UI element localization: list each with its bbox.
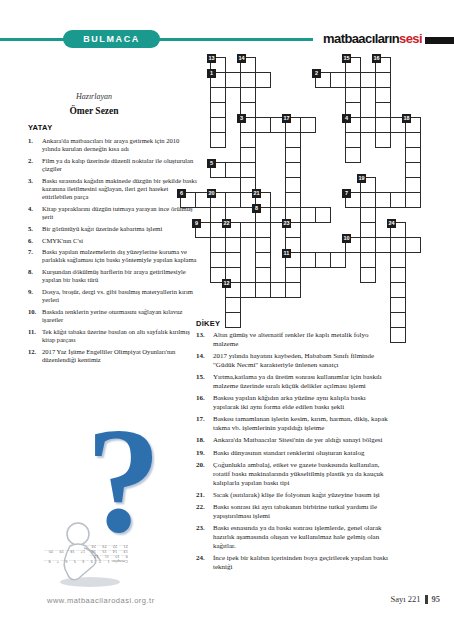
crossword-cell[interactable] <box>300 252 316 268</box>
clue-number-badge: 14 <box>237 54 246 63</box>
clue-number: 6. <box>28 237 42 245</box>
crossword-cell[interactable] <box>210 102 226 118</box>
clue-number: 21. <box>196 491 213 500</box>
crossword-cell[interactable] <box>300 207 316 223</box>
clue-text: Kurşundan dökülmüş harflerin bir araya g… <box>42 268 198 284</box>
crossword-cell[interactable] <box>360 222 376 238</box>
clue-item: 6.CMYK'nın C'si <box>28 237 198 245</box>
crossword-cell[interactable] <box>390 267 406 283</box>
clue-number: 24. <box>196 554 213 572</box>
crossword-cell[interactable] <box>375 102 391 118</box>
crossword-cell[interactable] <box>270 282 286 298</box>
crossword-cell[interactable] <box>210 252 226 268</box>
clue-item: 5.Bir görüntüyü kağıt üzerinde kabartma … <box>28 225 198 233</box>
crossword-cell[interactable] <box>240 147 256 163</box>
crossword-cell[interactable] <box>360 192 376 208</box>
clue-number-badge: 11 <box>282 249 291 258</box>
clue-number: 19. <box>196 449 213 458</box>
clue-number-badge: 3 <box>237 114 246 123</box>
clue-text: Baskı esnasında ya da baskı sonrası işle… <box>213 524 391 550</box>
clue-number-badge: 12 <box>222 279 231 288</box>
clue-text: Kitap yapraklarını düzgün tutmaya yaraya… <box>42 205 198 221</box>
magazine-puzzle-page: { "header": { "section_label": "BULMACA"… <box>0 0 454 640</box>
clue-item: 17.Baskısı tamamlanan işlerin kesim, kır… <box>196 415 412 433</box>
clue-item: 10.Baskıda renklerin yerine oturmasını s… <box>28 308 198 324</box>
crossword-cell[interactable] <box>225 312 241 328</box>
footer-website: www.matbaacilarodasi.org.tr <box>47 596 155 605</box>
crossword-cell[interactable] <box>390 282 406 298</box>
clue-number: 12. <box>28 348 42 364</box>
crossword-cell[interactable] <box>255 252 271 268</box>
crossword-cell[interactable] <box>210 87 226 103</box>
clue-text: Baskı sırasında kağıdın makinede düzgün … <box>42 177 198 202</box>
clue-number-badge: 13 <box>207 54 216 63</box>
byline: Hazırlayan Ömer Sezen <box>46 92 142 116</box>
crossword-grid: 123456789101112131415161718192021222324 <box>180 57 440 357</box>
clue-text: Dosya, broşür, dergi vs. gibi basılmış m… <box>42 288 198 304</box>
clue-item: 16.Baskısı yapılan kâğıdın arka yüzüne a… <box>196 394 412 412</box>
clue-number: 1. <box>28 137 42 153</box>
clue-number: 20. <box>196 461 213 487</box>
clue-item: 3.Baskı sırasında kağıdın makinede düzgü… <box>28 177 198 202</box>
issue-label: Sayı 221 <box>391 594 421 604</box>
clue-item: 19.Baskı dünyasının standart renklerini … <box>196 449 412 458</box>
clue-number-badge: 7 <box>342 189 351 198</box>
crossword-cell[interactable] <box>330 72 346 88</box>
clue-text: İnce ipek bir kalıbın içerisinden boya g… <box>213 554 391 572</box>
clue-number: 8. <box>28 268 42 284</box>
crossword-cell[interactable] <box>360 237 376 253</box>
crossword-cell[interactable] <box>375 72 391 88</box>
crossword-cell[interactable] <box>315 207 331 223</box>
crossword-cell[interactable] <box>360 72 376 88</box>
crossword-cell[interactable] <box>405 237 421 253</box>
crossword-cell[interactable] <box>390 252 406 268</box>
clue-number-badge: 20 <box>207 189 216 198</box>
crossword-cell[interactable] <box>405 147 421 163</box>
clue-number-badge: 8 <box>252 204 261 213</box>
crossword-cell[interactable] <box>240 282 256 298</box>
crossword-cell[interactable] <box>240 162 256 178</box>
crossword-cell[interactable] <box>225 72 241 88</box>
answers-line: 13.… 14.… 15.… 16.… 17.… 18.… 19.… 20.… … <box>36 544 128 554</box>
clue-item: 8.Kurşundan dökülmüş harflerin bir araya… <box>28 268 198 284</box>
down-clue-list: 13.Altın gümüş ve alternatif renkler ile… <box>196 331 412 575</box>
clue-number-badge: 15 <box>342 54 351 63</box>
clue-item: 9.Dosya, broşür, dergi vs. gibi basılmış… <box>28 288 198 304</box>
crossword-cell[interactable] <box>375 87 391 103</box>
clue-number-badge: 2 <box>312 69 321 78</box>
clue-number: 7. <box>28 248 42 264</box>
crossword-cell[interactable] <box>210 117 226 133</box>
clue-item: 20.Çoğunlukla ambalaj, etiket ve gazete … <box>196 461 412 487</box>
clue-item: 1.Ankara'da matbaacıları bir araya getir… <box>28 137 198 153</box>
crossword-cell[interactable] <box>285 267 301 283</box>
clue-text: CMYK'nın C'si <box>42 237 198 245</box>
crossword-cell[interactable] <box>240 222 256 238</box>
crossword-cell[interactable] <box>240 87 256 103</box>
byline-author: Ömer Sezen <box>46 106 142 116</box>
clue-number-badge: 1 <box>207 69 216 78</box>
crossword-cell[interactable] <box>285 147 301 163</box>
byline-label: Hazırlayan <box>46 92 142 101</box>
clue-text: Yırtma,katlama ya da üretim sonrası kull… <box>213 373 391 391</box>
crossword-cell[interactable] <box>255 222 271 238</box>
clue-number: 4. <box>28 205 42 221</box>
crossword-cell[interactable] <box>210 237 226 253</box>
crossword-cell[interactable] <box>255 267 271 283</box>
clue-item: 4.Kitap yapraklarını düzgün tutmaya yara… <box>28 205 198 221</box>
crossword-cell[interactable] <box>375 192 391 208</box>
logo-rule <box>425 37 454 44</box>
crossword-cell[interactable] <box>345 72 361 88</box>
clue-number: 2. <box>28 157 42 173</box>
clue-number: 16. <box>196 394 213 412</box>
clue-text: Baskı sonrası iki ayrı tabakanın birbiri… <box>213 503 391 521</box>
clue-text: Ankara'da matbaacıları bir araya getirme… <box>42 137 198 153</box>
clue-number: 18. <box>196 436 213 445</box>
clue-text: Ankara'da Matbaacılar Sitesi'nin de yer … <box>213 436 391 445</box>
clue-number-badge: 5 <box>207 159 216 168</box>
clue-text: Baskı yapılan malzemelerin dış yüzeyleri… <box>42 248 198 264</box>
crossword-cell[interactable] <box>240 132 256 148</box>
crossword-cell[interactable] <box>360 117 376 133</box>
crossword-cell[interactable] <box>225 237 241 253</box>
clue-text: Baskı dünyasının standart renklerini olu… <box>213 449 391 458</box>
crossword-cell[interactable] <box>285 162 301 178</box>
across-header: YATAY <box>28 123 52 132</box>
clue-item: 22.Baskı sonrası iki ayrı tabakanın birb… <box>196 503 412 521</box>
clue-number-badge: 17 <box>282 114 291 123</box>
crossword-cell[interactable] <box>390 312 406 328</box>
clue-number-badge: 6 <box>177 189 186 198</box>
clue-text: Çoğunlukla ambalaj, etiket ve gazete bas… <box>213 461 391 487</box>
magazine-name-accent: sesi <box>399 31 422 46</box>
crossword-cell[interactable] <box>255 72 271 88</box>
section-badge: BULMACA <box>63 30 160 48</box>
clue-text: Baskısı yapılan kâğıdın arka yüzüne aynı… <box>213 394 391 412</box>
crossword-cell[interactable] <box>255 282 271 298</box>
clue-number: 15. <box>196 373 213 391</box>
crossword-cell[interactable] <box>255 237 271 253</box>
clue-number: 11. <box>28 328 42 344</box>
crossword-cell[interactable] <box>375 237 391 253</box>
clue-item: 18.Ankara'da Matbaacılar Sitesi'nin de y… <box>196 436 412 445</box>
crossword-cell[interactable] <box>225 297 241 313</box>
clue-number: 10. <box>28 308 42 324</box>
clue-item: 2.Film ya da kalıp üzerinde düzenli nokt… <box>28 157 198 173</box>
crossword-cell[interactable] <box>330 252 346 268</box>
crossword-cell[interactable] <box>390 327 406 343</box>
clue-text: 2017 Yaz İşitme Engelliler Olimpiyat Oyu… <box>42 348 198 364</box>
crossword-cell[interactable] <box>255 117 271 133</box>
crossword-cell[interactable] <box>240 72 256 88</box>
clue-item: 11.Tek kâğıt tabaka üzerine basılan on a… <box>28 328 198 344</box>
crossword-cell[interactable] <box>225 192 241 208</box>
crossword-cell[interactable] <box>285 177 301 193</box>
magazine-logo: matbaacılarınsesi <box>316 31 422 46</box>
crossword-cell[interactable] <box>390 237 406 253</box>
crossword-cell[interactable] <box>285 192 301 208</box>
footer-issue-page: Sayı 221 95 <box>391 594 441 604</box>
crossword-cell[interactable] <box>375 117 391 133</box>
crossword-cell[interactable] <box>360 267 376 283</box>
clue-number: 9. <box>28 288 42 304</box>
clue-number: 17. <box>196 415 213 433</box>
clue-number: 3. <box>28 177 42 202</box>
clue-number-badge: 9 <box>192 219 201 228</box>
crossword-cell[interactable] <box>285 282 301 298</box>
page-number: 95 <box>432 594 441 604</box>
clue-item: 12.2017 Yaz İşitme Engelliler Olimpiyat … <box>28 348 198 364</box>
clue-item: 23.Baskı esnasında ya da baskı sonrası i… <box>196 524 412 550</box>
crossword-cell[interactable] <box>345 147 361 163</box>
crossword-cell[interactable] <box>345 132 361 148</box>
crossword-cell[interactable] <box>405 192 421 208</box>
crossword-cell[interactable] <box>210 132 226 148</box>
clue-number: 22. <box>196 503 213 521</box>
crossword-cell[interactable] <box>345 87 361 103</box>
clue-item: 15.Yırtma,katlama ya da üretim sonrası k… <box>196 373 412 391</box>
answers-line: Cevaplar: 1.… 2.… 3.… 4.… 5.… 6.… 7.… 8.… <box>36 554 128 564</box>
crossword-cell[interactable] <box>300 117 316 133</box>
clue-text: Baskısı tamamlanan işlerin kesim, kırım,… <box>213 415 391 433</box>
clue-number-badge: 21 <box>252 189 261 198</box>
crossword-cell[interactable] <box>360 252 376 268</box>
crossword-cell[interactable] <box>390 297 406 313</box>
section-label: BULMACA <box>83 34 140 44</box>
clue-number-badge: 23 <box>282 219 291 228</box>
clue-text: Bir görüntüyü kağıt üzerinde kabartma iş… <box>42 225 198 233</box>
clue-number: 5. <box>28 225 42 233</box>
clue-item: 21.Sıcak (ısıtılarak) klişe ile folyonun… <box>196 491 412 500</box>
clue-number-badge: 22 <box>222 219 231 228</box>
clue-number-badge: 4 <box>342 114 351 123</box>
clue-number-badge: 16 <box>372 54 381 63</box>
magazine-name: matbaacıların <box>323 31 399 46</box>
across-clue-list: 1.Ankara'da matbaacıları bir araya getir… <box>28 137 198 368</box>
clue-text: Tek kâğıt tabaka üzerine basılan on altı… <box>42 328 198 344</box>
crossword-cell[interactable] <box>360 207 376 223</box>
answers-strip: Cevaplar: 1.… 2.… 3.… 4.… 5.… 6.… 7.… 8.… <box>36 544 128 564</box>
clue-number-badge: 24 <box>387 219 396 228</box>
crossword-cell[interactable] <box>405 162 421 178</box>
clue-number-badge: 19 <box>357 174 366 183</box>
clue-number-badge: 18 <box>402 114 411 123</box>
clue-text: Sıcak (ısıtılarak) klişe ile folyonun ka… <box>213 491 391 500</box>
crossword-cell[interactable] <box>405 177 421 193</box>
clue-item: 24.İnce ipek bir kalıbın içerisinden boy… <box>196 554 412 572</box>
clue-item: 7.Baskı yapılan malzemelerin dış yüzeyle… <box>28 248 198 264</box>
crossword-cell[interactable] <box>390 192 406 208</box>
clue-number: 23. <box>196 524 213 550</box>
clue-number-badge: 10 <box>342 234 351 243</box>
footer-divider <box>425 595 428 604</box>
crossword-cell[interactable] <box>285 132 301 148</box>
crossword-cell[interactable] <box>225 252 241 268</box>
crossword-cell[interactable] <box>225 162 241 178</box>
crossword-cell[interactable] <box>375 132 391 148</box>
crossword-cell[interactable] <box>405 132 421 148</box>
clue-text: Film ya da kalıp üzerinde düzenli noktal… <box>42 157 198 173</box>
clue-text: Baskıda renklerin yerine oturmasını sağl… <box>42 308 198 324</box>
crossword-cell[interactable] <box>315 252 331 268</box>
